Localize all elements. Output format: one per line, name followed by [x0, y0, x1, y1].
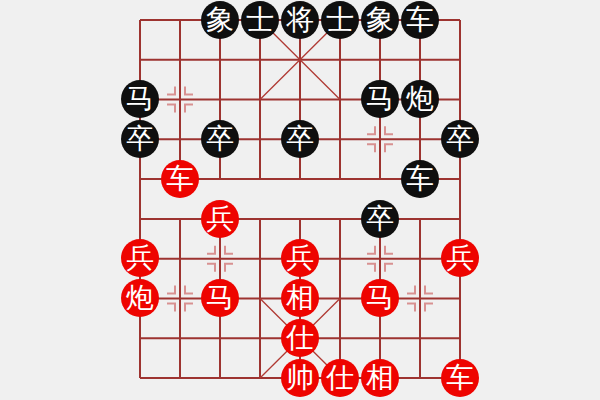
piece-red-horse[interactable]: 马	[201, 279, 239, 317]
pieces-layer: 象士将士象车马马炮卒卒卒卒车卒车兵兵兵兵炮马相马仕帅仕相车	[120, 0, 480, 398]
piece-black-elephant[interactable]: 象	[361, 1, 399, 39]
piece-black-horse[interactable]: 马	[121, 80, 159, 118]
piece-black-horse[interactable]: 马	[361, 80, 399, 118]
piece-red-general[interactable]: 帅	[281, 359, 319, 397]
piece-black-elephant[interactable]: 象	[201, 1, 239, 39]
piece-black-soldier[interactable]: 卒	[281, 120, 319, 158]
piece-black-general[interactable]: 将	[281, 1, 319, 39]
piece-red-soldier[interactable]: 兵	[121, 239, 159, 277]
piece-red-advisor[interactable]: 仕	[281, 319, 319, 357]
piece-red-chariot[interactable]: 车	[161, 160, 199, 198]
piece-red-chariot[interactable]: 车	[441, 359, 479, 397]
piece-black-soldier[interactable]: 卒	[201, 120, 239, 158]
piece-red-advisor[interactable]: 仕	[321, 359, 359, 397]
piece-black-cannon[interactable]: 炮	[401, 80, 439, 118]
piece-black-chariot[interactable]: 车	[401, 160, 439, 198]
piece-red-horse[interactable]: 马	[361, 279, 399, 317]
piece-black-chariot[interactable]: 车	[401, 1, 439, 39]
piece-black-advisor[interactable]: 士	[321, 1, 359, 39]
piece-black-soldier[interactable]: 卒	[361, 200, 399, 238]
piece-red-cannon[interactable]: 炮	[121, 279, 159, 317]
piece-red-elephant[interactable]: 相	[281, 279, 319, 317]
xiangqi-board: 象士将士象车马马炮卒卒卒卒车卒车兵兵兵兵炮马相马仕帅仕相车	[0, 0, 600, 400]
piece-black-soldier[interactable]: 卒	[441, 120, 479, 158]
piece-red-soldier[interactable]: 兵	[281, 239, 319, 277]
piece-black-soldier[interactable]: 卒	[121, 120, 159, 158]
piece-black-advisor[interactable]: 士	[241, 1, 279, 39]
piece-red-soldier[interactable]: 兵	[201, 200, 239, 238]
piece-red-elephant[interactable]: 相	[361, 359, 399, 397]
piece-red-soldier[interactable]: 兵	[441, 239, 479, 277]
